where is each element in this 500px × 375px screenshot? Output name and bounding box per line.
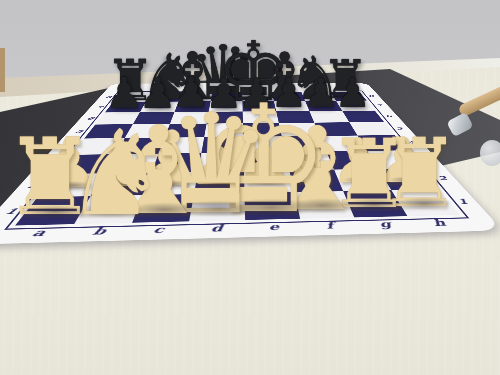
rank-label-7-right: 7 xyxy=(375,104,383,107)
photo-scene: aabbccddeeffgghh1122334455667788 ♜♞♝♛♚♝♞… xyxy=(0,0,500,375)
chair-leg-reflection xyxy=(480,140,500,166)
furniture-edge xyxy=(0,48,5,92)
piece-white-rook-a1[interactable]: ♜ xyxy=(2,125,108,231)
